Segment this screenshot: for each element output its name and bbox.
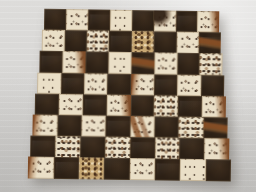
board-square <box>180 159 206 181</box>
board-square <box>177 74 201 96</box>
board-square <box>84 73 108 95</box>
board-square <box>59 94 83 116</box>
board-square <box>105 137 130 159</box>
board-square <box>81 115 106 137</box>
board-square <box>44 9 66 31</box>
board-row <box>44 9 220 33</box>
board-square <box>154 74 178 96</box>
board-square <box>104 158 130 180</box>
board-square <box>110 10 132 32</box>
board-square <box>205 160 231 182</box>
board-row <box>39 51 222 75</box>
board-square <box>107 73 131 95</box>
board-square <box>200 53 223 75</box>
board-square <box>64 30 87 52</box>
board-row <box>35 93 226 117</box>
board-square <box>176 32 199 54</box>
board-square <box>154 53 177 75</box>
board-square <box>203 117 228 139</box>
board-square <box>154 95 178 117</box>
board-square <box>178 96 202 118</box>
board-square <box>39 51 62 73</box>
board-square <box>175 11 197 33</box>
board-square <box>37 72 61 94</box>
board-square <box>35 93 59 115</box>
board-square <box>199 32 222 54</box>
board-square <box>106 116 131 138</box>
board-square <box>33 115 58 137</box>
board-square <box>180 138 205 160</box>
board-square <box>61 73 85 95</box>
board-square <box>28 157 54 179</box>
board-square <box>131 52 154 74</box>
board-square <box>42 30 65 52</box>
board-square <box>197 11 219 33</box>
board-square <box>55 136 80 158</box>
board <box>23 5 238 186</box>
board-square <box>53 157 79 179</box>
board-square <box>106 94 130 116</box>
board-square <box>79 158 105 180</box>
board-square <box>129 158 155 180</box>
board-square <box>62 51 85 73</box>
board-square <box>66 9 88 31</box>
board-square <box>131 74 155 96</box>
board-square <box>177 53 200 75</box>
board-square <box>130 137 155 159</box>
board-square <box>130 95 154 117</box>
board-square <box>87 31 110 53</box>
board-row <box>42 30 222 54</box>
board-square <box>108 52 131 74</box>
board-square <box>80 136 105 158</box>
board-square <box>57 115 82 137</box>
board-square <box>132 10 154 32</box>
board-square <box>130 116 155 138</box>
board-square <box>179 117 204 139</box>
board-square <box>202 96 226 118</box>
board-row <box>28 157 231 181</box>
background-surface <box>0 0 256 192</box>
board-square <box>109 31 132 53</box>
board-square <box>201 75 225 97</box>
board-row <box>37 72 224 96</box>
board-square <box>30 136 55 158</box>
board-square <box>204 138 229 160</box>
board-square <box>155 159 181 181</box>
board-square <box>154 116 179 138</box>
board-square <box>83 94 107 116</box>
board-square <box>155 138 180 160</box>
board-square <box>154 32 177 54</box>
board-square <box>85 52 108 74</box>
board-square <box>154 10 176 32</box>
board-square <box>131 31 154 53</box>
board-square <box>88 9 110 31</box>
